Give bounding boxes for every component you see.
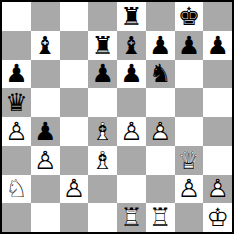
square-e1[interactable]: ♜♖ xyxy=(117,203,146,232)
square-e7[interactable]: ♝ xyxy=(117,31,146,60)
square-a1[interactable] xyxy=(2,203,31,232)
piece-glyph: ♜ xyxy=(117,2,146,31)
piece-black-pawn[interactable]: ♟ xyxy=(175,31,204,60)
square-e5[interactable] xyxy=(117,88,146,117)
piece-outline-layer: ♖ xyxy=(146,203,175,232)
square-d6[interactable]: ♟ xyxy=(88,60,117,89)
square-e4[interactable]: ♟♙ xyxy=(117,117,146,146)
piece-glyph: ♝ xyxy=(31,31,60,60)
piece-white-pawn[interactable]: ♟♙ xyxy=(60,175,89,204)
square-g3[interactable]: ♛♕ xyxy=(175,146,204,175)
square-c8[interactable] xyxy=(60,2,89,31)
piece-black-queen[interactable]: ♛ xyxy=(2,88,31,117)
piece-white-pawn[interactable]: ♟♙ xyxy=(146,117,175,146)
square-d8[interactable] xyxy=(88,2,117,31)
square-c6[interactable] xyxy=(60,60,89,89)
square-e6[interactable]: ♟ xyxy=(117,60,146,89)
piece-white-pawn[interactable]: ♟♙ xyxy=(203,175,232,204)
square-c4[interactable] xyxy=(60,117,89,146)
square-h3[interactable] xyxy=(203,146,232,175)
chess-board: ♜♚♝♜♝♟♟♟♟♟♟♞♛♟♙♟♝♗♟♙♟♙♟♙♝♗♛♕♞♘♟♙♟♙♟♙♜♖♜♖… xyxy=(0,0,234,234)
square-b7[interactable]: ♝ xyxy=(31,31,60,60)
piece-black-king[interactable]: ♚ xyxy=(175,2,204,31)
piece-black-pawn[interactable]: ♟ xyxy=(117,60,146,89)
piece-outline-layer: ♙ xyxy=(117,117,146,146)
square-g4[interactable] xyxy=(175,117,204,146)
piece-white-queen[interactable]: ♛♕ xyxy=(175,146,204,175)
piece-black-rook[interactable]: ♜ xyxy=(117,2,146,31)
piece-black-pawn[interactable]: ♟ xyxy=(88,60,117,89)
piece-black-knight[interactable]: ♞ xyxy=(146,60,175,89)
square-a8[interactable] xyxy=(2,2,31,31)
square-d7[interactable]: ♜ xyxy=(88,31,117,60)
square-f3[interactable] xyxy=(146,146,175,175)
square-c7[interactable] xyxy=(60,31,89,60)
square-c5[interactable] xyxy=(60,88,89,117)
square-c3[interactable] xyxy=(60,146,89,175)
piece-glyph: ♛ xyxy=(2,88,31,117)
square-d1[interactable] xyxy=(88,203,117,232)
square-g5[interactable] xyxy=(175,88,204,117)
square-e2[interactable] xyxy=(117,175,146,204)
square-g7[interactable]: ♟ xyxy=(175,31,204,60)
piece-outline-layer: ♙ xyxy=(60,175,89,204)
piece-outline-layer: ♙ xyxy=(2,117,31,146)
piece-white-king[interactable]: ♚♔ xyxy=(203,203,232,232)
square-h7[interactable]: ♟ xyxy=(203,31,232,60)
piece-white-bishop[interactable]: ♝♗ xyxy=(88,146,117,175)
piece-outline-layer: ♕ xyxy=(175,146,204,175)
square-h6[interactable] xyxy=(203,60,232,89)
square-h4[interactable] xyxy=(203,117,232,146)
square-g8[interactable]: ♚ xyxy=(175,2,204,31)
square-e3[interactable] xyxy=(117,146,146,175)
piece-white-rook[interactable]: ♜♖ xyxy=(146,203,175,232)
square-a7[interactable] xyxy=(2,31,31,60)
piece-outline-layer: ♖ xyxy=(117,203,146,232)
piece-glyph: ♟ xyxy=(146,31,175,60)
piece-white-pawn[interactable]: ♟♙ xyxy=(2,117,31,146)
square-b2[interactable] xyxy=(31,175,60,204)
square-g6[interactable] xyxy=(175,60,204,89)
piece-glyph: ♞ xyxy=(146,60,175,89)
piece-outline-layer: ♔ xyxy=(203,203,232,232)
piece-black-rook[interactable]: ♜ xyxy=(88,31,117,60)
piece-glyph: ♟ xyxy=(117,60,146,89)
square-h2[interactable]: ♟♙ xyxy=(203,175,232,204)
piece-outline-layer: ♗ xyxy=(88,117,117,146)
piece-black-pawn[interactable]: ♟ xyxy=(146,31,175,60)
piece-black-bishop[interactable]: ♝ xyxy=(31,31,60,60)
piece-glyph: ♟ xyxy=(175,31,204,60)
piece-white-rook[interactable]: ♜♖ xyxy=(117,203,146,232)
square-a2[interactable]: ♞♘ xyxy=(2,175,31,204)
square-d3[interactable]: ♝♗ xyxy=(88,146,117,175)
piece-glyph: ♟ xyxy=(31,117,60,146)
square-e8[interactable]: ♜ xyxy=(117,2,146,31)
square-d4[interactable]: ♝♗ xyxy=(88,117,117,146)
square-f8[interactable] xyxy=(146,2,175,31)
square-f4[interactable]: ♟♙ xyxy=(146,117,175,146)
piece-glyph: ♝ xyxy=(117,31,146,60)
piece-white-bishop[interactable]: ♝♗ xyxy=(88,117,117,146)
piece-glyph: ♜ xyxy=(88,31,117,60)
square-a4[interactable]: ♟♙ xyxy=(2,117,31,146)
piece-outline-layer: ♙ xyxy=(31,146,60,175)
piece-outline-layer: ♙ xyxy=(203,175,232,204)
square-b3[interactable]: ♟♙ xyxy=(31,146,60,175)
square-b5[interactable] xyxy=(31,88,60,117)
square-a3[interactable] xyxy=(2,146,31,175)
piece-white-knight[interactable]: ♞♘ xyxy=(2,175,31,204)
square-h8[interactable] xyxy=(203,2,232,31)
square-c1[interactable] xyxy=(60,203,89,232)
square-h1[interactable]: ♚♔ xyxy=(203,203,232,232)
square-f7[interactable]: ♟ xyxy=(146,31,175,60)
piece-white-pawn[interactable]: ♟♙ xyxy=(117,117,146,146)
piece-glyph: ♟ xyxy=(203,31,232,60)
piece-outline-layer: ♙ xyxy=(146,117,175,146)
piece-glyph: ♟ xyxy=(2,60,31,89)
square-f5[interactable] xyxy=(146,88,175,117)
piece-white-pawn[interactable]: ♟♙ xyxy=(175,175,204,204)
piece-glyph: ♟ xyxy=(88,60,117,89)
square-b6[interactable] xyxy=(31,60,60,89)
square-a6[interactable]: ♟ xyxy=(2,60,31,89)
square-a5[interactable]: ♛ xyxy=(2,88,31,117)
square-d2[interactable] xyxy=(88,175,117,204)
square-d5[interactable] xyxy=(88,88,117,117)
piece-black-pawn[interactable]: ♟ xyxy=(2,60,31,89)
piece-white-pawn[interactable]: ♟♙ xyxy=(31,146,60,175)
square-g2[interactable]: ♟♙ xyxy=(175,175,204,204)
square-b8[interactable] xyxy=(31,2,60,31)
square-h5[interactable] xyxy=(203,88,232,117)
piece-outline-layer: ♘ xyxy=(2,175,31,204)
piece-black-pawn[interactable]: ♟ xyxy=(31,117,60,146)
piece-glyph: ♚ xyxy=(175,2,204,31)
square-f2[interactable] xyxy=(146,175,175,204)
square-f1[interactable]: ♜♖ xyxy=(146,203,175,232)
square-c2[interactable]: ♟♙ xyxy=(60,175,89,204)
piece-black-bishop[interactable]: ♝ xyxy=(117,31,146,60)
square-g1[interactable] xyxy=(175,203,204,232)
piece-outline-layer: ♙ xyxy=(175,175,204,204)
square-b1[interactable] xyxy=(31,203,60,232)
piece-black-pawn[interactable]: ♟ xyxy=(203,31,232,60)
square-f6[interactable]: ♞ xyxy=(146,60,175,89)
square-b4[interactable]: ♟ xyxy=(31,117,60,146)
piece-outline-layer: ♗ xyxy=(88,146,117,175)
